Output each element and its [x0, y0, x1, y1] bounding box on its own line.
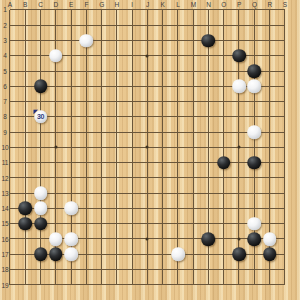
intersection-G13[interactable] [94, 186, 109, 201]
intersection-R13[interactable] [262, 186, 277, 201]
intersection-I12[interactable] [124, 170, 139, 185]
intersection-E18[interactable] [63, 262, 78, 277]
intersection-C19[interactable] [33, 277, 48, 292]
intersection-G11[interactable] [94, 155, 109, 170]
intersection-E14[interactable] [63, 201, 78, 216]
intersection-R2[interactable] [262, 18, 277, 33]
intersection-P13[interactable] [231, 186, 246, 201]
intersection-S7[interactable] [277, 94, 292, 109]
intersection-I15[interactable] [124, 216, 139, 231]
intersection-C8[interactable]: 30 [33, 109, 48, 124]
intersection-D13[interactable] [48, 186, 63, 201]
intersection-K13[interactable] [155, 186, 170, 201]
intersection-Q14[interactable] [247, 201, 262, 216]
intersection-L2[interactable] [170, 18, 185, 33]
intersection-H17[interactable] [109, 247, 124, 262]
intersection-Q4[interactable] [247, 48, 262, 63]
intersection-M5[interactable] [186, 63, 201, 78]
intersection-E7[interactable] [63, 94, 78, 109]
intersection-N8[interactable] [201, 109, 216, 124]
intersection-R19[interactable] [262, 277, 277, 292]
intersection-N11[interactable] [201, 155, 216, 170]
intersection-S14[interactable] [277, 201, 292, 216]
intersection-R5[interactable] [262, 63, 277, 78]
intersection-H11[interactable] [109, 155, 124, 170]
intersection-N19[interactable] [201, 277, 216, 292]
intersection-H12[interactable] [109, 170, 124, 185]
intersection-P12[interactable] [231, 170, 246, 185]
intersection-E8[interactable] [63, 109, 78, 124]
intersection-R12[interactable] [262, 170, 277, 185]
intersection-K14[interactable] [155, 201, 170, 216]
intersection-P6[interactable] [231, 79, 246, 94]
intersection-A18[interactable] [2, 262, 17, 277]
intersection-B10[interactable] [18, 140, 33, 155]
intersection-H15[interactable] [109, 216, 124, 231]
intersection-E9[interactable] [63, 124, 78, 139]
intersection-N4[interactable] [201, 48, 216, 63]
intersection-B1[interactable] [18, 2, 33, 17]
intersection-H5[interactable] [109, 63, 124, 78]
intersection-L15[interactable] [170, 216, 185, 231]
intersection-J10[interactable] [140, 140, 155, 155]
intersection-A19[interactable] [2, 277, 17, 292]
intersection-K5[interactable] [155, 63, 170, 78]
intersection-M17[interactable] [186, 247, 201, 262]
intersection-G4[interactable] [94, 48, 109, 63]
intersection-R6[interactable] [262, 79, 277, 94]
intersection-O3[interactable] [216, 33, 231, 48]
intersection-N12[interactable] [201, 170, 216, 185]
intersection-M11[interactable] [186, 155, 201, 170]
intersection-B12[interactable] [18, 170, 33, 185]
intersection-N5[interactable] [201, 63, 216, 78]
intersection-F4[interactable] [79, 48, 94, 63]
intersection-A7[interactable] [2, 94, 17, 109]
intersection-S4[interactable] [277, 48, 292, 63]
intersection-Q11[interactable] [247, 155, 262, 170]
intersection-H2[interactable] [109, 18, 124, 33]
intersection-P17[interactable] [231, 247, 246, 262]
intersection-Q7[interactable] [247, 94, 262, 109]
intersection-B8[interactable] [18, 109, 33, 124]
intersection-P14[interactable] [231, 201, 246, 216]
intersection-D17[interactable] [48, 247, 63, 262]
intersection-C16[interactable] [33, 231, 48, 246]
intersection-Q10[interactable] [247, 140, 262, 155]
intersection-N6[interactable] [201, 79, 216, 94]
intersection-G12[interactable] [94, 170, 109, 185]
intersection-J7[interactable] [140, 94, 155, 109]
intersection-E4[interactable] [63, 48, 78, 63]
intersection-D12[interactable] [48, 170, 63, 185]
intersection-A10[interactable] [2, 140, 17, 155]
intersection-F16[interactable] [79, 231, 94, 246]
intersection-Q16[interactable] [247, 231, 262, 246]
intersection-N1[interactable] [201, 2, 216, 17]
intersection-G15[interactable] [94, 216, 109, 231]
intersection-J15[interactable] [140, 216, 155, 231]
intersection-M13[interactable] [186, 186, 201, 201]
intersection-C3[interactable] [33, 33, 48, 48]
intersection-G3[interactable] [94, 33, 109, 48]
intersection-O18[interactable] [216, 262, 231, 277]
intersection-L3[interactable] [170, 33, 185, 48]
intersection-F18[interactable] [79, 262, 94, 277]
intersection-S9[interactable] [277, 124, 292, 139]
intersection-S3[interactable] [277, 33, 292, 48]
intersection-C10[interactable] [33, 140, 48, 155]
intersection-R4[interactable] [262, 48, 277, 63]
intersection-G8[interactable] [94, 109, 109, 124]
intersection-C2[interactable] [33, 18, 48, 33]
intersection-R7[interactable] [262, 94, 277, 109]
intersection-P10[interactable] [231, 140, 246, 155]
intersection-J1[interactable] [140, 2, 155, 17]
intersection-J4[interactable] [140, 48, 155, 63]
intersection-D15[interactable] [48, 216, 63, 231]
intersection-A11[interactable] [2, 155, 17, 170]
intersection-D3[interactable] [48, 33, 63, 48]
intersection-K1[interactable] [155, 2, 170, 17]
intersection-E3[interactable] [63, 33, 78, 48]
intersection-B7[interactable] [18, 94, 33, 109]
intersection-K12[interactable] [155, 170, 170, 185]
intersection-G10[interactable] [94, 140, 109, 155]
intersection-H14[interactable] [109, 201, 124, 216]
intersection-P15[interactable] [231, 216, 246, 231]
intersection-P4[interactable] [231, 48, 246, 63]
intersection-G5[interactable] [94, 63, 109, 78]
intersection-C9[interactable] [33, 124, 48, 139]
intersection-B13[interactable] [18, 186, 33, 201]
intersection-A13[interactable] [2, 186, 17, 201]
intersection-F12[interactable] [79, 170, 94, 185]
intersection-S5[interactable] [277, 63, 292, 78]
intersection-R3[interactable] [262, 33, 277, 48]
intersection-N3[interactable] [201, 33, 216, 48]
intersection-D7[interactable] [48, 94, 63, 109]
intersection-S18[interactable] [277, 262, 292, 277]
intersection-D4[interactable] [48, 48, 63, 63]
intersection-B19[interactable] [18, 277, 33, 292]
intersection-O12[interactable] [216, 170, 231, 185]
intersection-F14[interactable] [79, 201, 94, 216]
intersection-H3[interactable] [109, 33, 124, 48]
intersection-H6[interactable] [109, 79, 124, 94]
intersection-P5[interactable] [231, 63, 246, 78]
intersection-P18[interactable] [231, 262, 246, 277]
intersection-S10[interactable] [277, 140, 292, 155]
intersection-R8[interactable] [262, 109, 277, 124]
intersection-C15[interactable] [33, 216, 48, 231]
intersection-A3[interactable] [2, 33, 17, 48]
intersection-J12[interactable] [140, 170, 155, 185]
intersection-C17[interactable] [33, 247, 48, 262]
intersection-F19[interactable] [79, 277, 94, 292]
intersection-E16[interactable] [63, 231, 78, 246]
intersection-K9[interactable] [155, 124, 170, 139]
intersection-J9[interactable] [140, 124, 155, 139]
intersection-C7[interactable] [33, 94, 48, 109]
intersection-Q15[interactable] [247, 216, 262, 231]
intersection-E6[interactable] [63, 79, 78, 94]
intersection-K18[interactable] [155, 262, 170, 277]
intersection-F11[interactable] [79, 155, 94, 170]
intersection-P19[interactable] [231, 277, 246, 292]
intersection-I4[interactable] [124, 48, 139, 63]
intersection-I8[interactable] [124, 109, 139, 124]
intersection-A9[interactable] [2, 124, 17, 139]
intersection-Q5[interactable] [247, 63, 262, 78]
intersection-J13[interactable] [140, 186, 155, 201]
intersection-E12[interactable] [63, 170, 78, 185]
intersection-K10[interactable] [155, 140, 170, 155]
intersection-G19[interactable] [94, 277, 109, 292]
intersection-L7[interactable] [170, 94, 185, 109]
intersection-C1[interactable] [33, 2, 48, 17]
intersection-D10[interactable] [48, 140, 63, 155]
intersection-M18[interactable] [186, 262, 201, 277]
intersection-G1[interactable] [94, 2, 109, 17]
intersection-L17[interactable] [170, 247, 185, 262]
intersection-F2[interactable] [79, 18, 94, 33]
intersection-A14[interactable] [2, 201, 17, 216]
intersection-A6[interactable] [2, 79, 17, 94]
intersection-D18[interactable] [48, 262, 63, 277]
intersection-O6[interactable] [216, 79, 231, 94]
intersection-H7[interactable] [109, 94, 124, 109]
intersection-F17[interactable] [79, 247, 94, 262]
intersection-S19[interactable] [277, 277, 292, 292]
intersection-Q3[interactable] [247, 33, 262, 48]
intersection-Q8[interactable] [247, 109, 262, 124]
intersection-P9[interactable] [231, 124, 246, 139]
intersection-B9[interactable] [18, 124, 33, 139]
intersection-O2[interactable] [216, 18, 231, 33]
intersection-S1[interactable] [277, 2, 292, 17]
intersection-I11[interactable] [124, 155, 139, 170]
intersection-H4[interactable] [109, 48, 124, 63]
intersection-H13[interactable] [109, 186, 124, 201]
intersection-O15[interactable] [216, 216, 231, 231]
intersection-C14[interactable] [33, 201, 48, 216]
intersection-J6[interactable] [140, 79, 155, 94]
intersection-A17[interactable] [2, 247, 17, 262]
intersection-C12[interactable] [33, 170, 48, 185]
intersection-G14[interactable] [94, 201, 109, 216]
intersection-J11[interactable] [140, 155, 155, 170]
intersection-N17[interactable] [201, 247, 216, 262]
intersection-Q6[interactable] [247, 79, 262, 94]
intersection-B18[interactable] [18, 262, 33, 277]
intersection-P16[interactable] [231, 231, 246, 246]
intersection-C18[interactable] [33, 262, 48, 277]
intersection-G6[interactable] [94, 79, 109, 94]
intersection-D6[interactable] [48, 79, 63, 94]
intersection-B16[interactable] [18, 231, 33, 246]
intersection-E19[interactable] [63, 277, 78, 292]
intersection-S12[interactable] [277, 170, 292, 185]
intersection-B3[interactable] [18, 33, 33, 48]
intersection-S6[interactable] [277, 79, 292, 94]
intersection-K15[interactable] [155, 216, 170, 231]
intersection-I13[interactable] [124, 186, 139, 201]
intersection-K2[interactable] [155, 18, 170, 33]
intersection-I18[interactable] [124, 262, 139, 277]
intersection-R15[interactable] [262, 216, 277, 231]
intersection-O13[interactable] [216, 186, 231, 201]
intersection-H16[interactable] [109, 231, 124, 246]
intersection-M2[interactable] [186, 18, 201, 33]
intersection-N14[interactable] [201, 201, 216, 216]
intersection-K11[interactable] [155, 155, 170, 170]
intersection-J14[interactable] [140, 201, 155, 216]
intersection-H8[interactable] [109, 109, 124, 124]
intersection-M19[interactable] [186, 277, 201, 292]
intersection-O8[interactable] [216, 109, 231, 124]
intersection-D9[interactable] [48, 124, 63, 139]
intersection-E17[interactable] [63, 247, 78, 262]
intersection-K19[interactable] [155, 277, 170, 292]
intersection-L16[interactable] [170, 231, 185, 246]
intersection-I2[interactable] [124, 18, 139, 33]
intersection-I9[interactable] [124, 124, 139, 139]
intersection-C4[interactable] [33, 48, 48, 63]
intersection-O10[interactable] [216, 140, 231, 155]
intersection-A15[interactable] [2, 216, 17, 231]
intersection-L6[interactable] [170, 79, 185, 94]
intersection-J8[interactable] [140, 109, 155, 124]
intersection-D14[interactable] [48, 201, 63, 216]
intersection-C11[interactable] [33, 155, 48, 170]
intersection-Q13[interactable] [247, 186, 262, 201]
intersection-A8[interactable] [2, 109, 17, 124]
intersection-C13[interactable] [33, 186, 48, 201]
intersection-Q1[interactable] [247, 2, 262, 17]
intersection-B2[interactable] [18, 18, 33, 33]
intersection-S15[interactable] [277, 216, 292, 231]
intersection-B4[interactable] [18, 48, 33, 63]
intersection-L12[interactable] [170, 170, 185, 185]
intersection-R16[interactable] [262, 231, 277, 246]
intersection-R9[interactable] [262, 124, 277, 139]
intersection-R1[interactable] [262, 2, 277, 17]
intersection-E2[interactable] [63, 18, 78, 33]
intersection-H9[interactable] [109, 124, 124, 139]
intersection-O9[interactable] [216, 124, 231, 139]
intersection-K6[interactable] [155, 79, 170, 94]
intersection-B11[interactable] [18, 155, 33, 170]
intersection-D19[interactable] [48, 277, 63, 292]
intersection-M12[interactable] [186, 170, 201, 185]
intersection-L4[interactable] [170, 48, 185, 63]
intersection-S2[interactable] [277, 18, 292, 33]
intersection-B15[interactable] [18, 216, 33, 231]
intersection-F15[interactable] [79, 216, 94, 231]
intersection-O16[interactable] [216, 231, 231, 246]
intersection-L19[interactable] [170, 277, 185, 292]
intersection-S13[interactable] [277, 186, 292, 201]
intersection-O17[interactable] [216, 247, 231, 262]
intersection-O19[interactable] [216, 277, 231, 292]
intersection-I19[interactable] [124, 277, 139, 292]
intersection-K7[interactable] [155, 94, 170, 109]
intersection-I1[interactable] [124, 2, 139, 17]
intersection-H1[interactable] [109, 2, 124, 17]
intersection-F7[interactable] [79, 94, 94, 109]
intersection-Q17[interactable] [247, 247, 262, 262]
intersection-Q18[interactable] [247, 262, 262, 277]
intersection-I3[interactable] [124, 33, 139, 48]
intersection-B14[interactable] [18, 201, 33, 216]
intersection-N2[interactable] [201, 18, 216, 33]
intersection-D11[interactable] [48, 155, 63, 170]
intersection-L14[interactable] [170, 201, 185, 216]
intersection-D8[interactable] [48, 109, 63, 124]
intersection-N18[interactable] [201, 262, 216, 277]
intersection-F6[interactable] [79, 79, 94, 94]
intersection-K3[interactable] [155, 33, 170, 48]
intersection-C6[interactable] [33, 79, 48, 94]
intersection-M10[interactable] [186, 140, 201, 155]
intersection-G9[interactable] [94, 124, 109, 139]
intersection-I7[interactable] [124, 94, 139, 109]
intersection-J2[interactable] [140, 18, 155, 33]
intersection-N9[interactable] [201, 124, 216, 139]
intersection-S8[interactable] [277, 109, 292, 124]
intersection-M7[interactable] [186, 94, 201, 109]
intersection-F13[interactable] [79, 186, 94, 201]
intersection-K4[interactable] [155, 48, 170, 63]
intersection-K8[interactable] [155, 109, 170, 124]
intersection-I14[interactable] [124, 201, 139, 216]
intersection-S17[interactable] [277, 247, 292, 262]
intersection-B6[interactable] [18, 79, 33, 94]
intersection-O1[interactable] [216, 2, 231, 17]
intersection-L11[interactable] [170, 155, 185, 170]
intersection-E11[interactable] [63, 155, 78, 170]
intersection-I6[interactable] [124, 79, 139, 94]
intersection-D1[interactable] [48, 2, 63, 17]
intersection-M8[interactable] [186, 109, 201, 124]
intersection-R14[interactable] [262, 201, 277, 216]
intersection-L13[interactable] [170, 186, 185, 201]
intersection-Q19[interactable] [247, 277, 262, 292]
intersection-A2[interactable] [2, 18, 17, 33]
intersection-G2[interactable] [94, 18, 109, 33]
intersection-M14[interactable] [186, 201, 201, 216]
intersection-O11[interactable] [216, 155, 231, 170]
intersection-G17[interactable] [94, 247, 109, 262]
intersection-J5[interactable] [140, 63, 155, 78]
intersection-O4[interactable] [216, 48, 231, 63]
intersection-N15[interactable] [201, 216, 216, 231]
intersection-P1[interactable] [231, 2, 246, 17]
intersection-S16[interactable] [277, 231, 292, 246]
intersection-R11[interactable] [262, 155, 277, 170]
intersection-J16[interactable] [140, 231, 155, 246]
intersection-P2[interactable] [231, 18, 246, 33]
intersection-I5[interactable] [124, 63, 139, 78]
intersection-H10[interactable] [109, 140, 124, 155]
intersection-N10[interactable] [201, 140, 216, 155]
intersection-R18[interactable] [262, 262, 277, 277]
intersection-E5[interactable] [63, 63, 78, 78]
intersection-P11[interactable] [231, 155, 246, 170]
intersection-K16[interactable] [155, 231, 170, 246]
intersection-N16[interactable] [201, 231, 216, 246]
